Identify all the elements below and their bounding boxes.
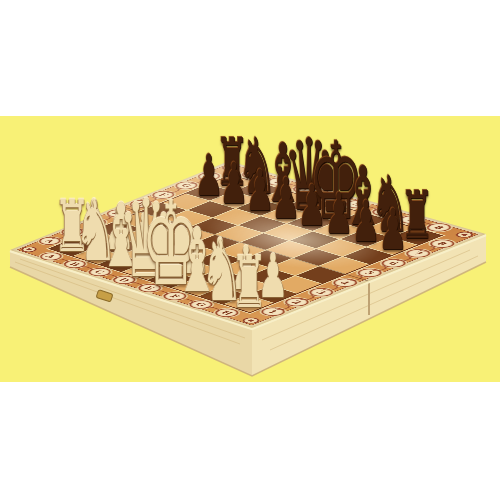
scene: A1A1B2B2C3C3D4D4E5E5F6F6G7G7H8H8 ♜♞♝♛♚♝♞… bbox=[0, 0, 500, 500]
